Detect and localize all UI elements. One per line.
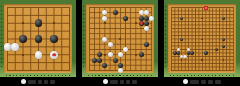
black-stone bbox=[180, 38, 183, 41]
caption-text-block bbox=[110, 80, 118, 84]
board-frame bbox=[164, 0, 240, 77]
black-stone bbox=[113, 58, 118, 63]
boards-row bbox=[0, 0, 240, 86]
black-stone bbox=[215, 48, 218, 51]
black-stone bbox=[123, 16, 128, 21]
white-stone bbox=[50, 51, 58, 59]
hoshi-point bbox=[135, 54, 137, 56]
board-wood bbox=[4, 4, 72, 73]
white-stone bbox=[11, 43, 19, 51]
white-stone bbox=[108, 52, 113, 57]
black-stone bbox=[118, 63, 123, 68]
white-stone-icon bbox=[183, 79, 188, 84]
white-stone bbox=[139, 10, 144, 15]
black-stone bbox=[97, 58, 102, 63]
black-stone bbox=[50, 35, 58, 43]
board-3-thumbnail[interactable] bbox=[164, 0, 240, 86]
black-stone bbox=[177, 51, 180, 54]
hoshi-point bbox=[201, 18, 203, 20]
hoshi-point bbox=[201, 39, 203, 41]
white-stone bbox=[183, 55, 186, 58]
red-square-marker bbox=[204, 6, 208, 10]
black-stone bbox=[139, 52, 144, 57]
hoshi-point bbox=[104, 22, 106, 24]
black-stone bbox=[139, 21, 144, 26]
last-move-marker bbox=[140, 22, 142, 24]
hoshi-point bbox=[135, 22, 137, 24]
black-stone bbox=[222, 45, 225, 48]
board-wood bbox=[168, 4, 236, 73]
white-stone bbox=[102, 16, 107, 21]
white-stone bbox=[123, 47, 128, 52]
white-stone bbox=[108, 42, 113, 47]
hoshi-point bbox=[22, 54, 24, 56]
hoshi-point bbox=[181, 59, 183, 61]
hoshi-point bbox=[53, 22, 55, 24]
black-stone bbox=[144, 21, 149, 26]
black-stone bbox=[222, 38, 225, 41]
white-stone bbox=[144, 10, 149, 15]
black-stone bbox=[222, 17, 225, 20]
hoshi-point bbox=[119, 38, 121, 40]
black-stone bbox=[144, 16, 149, 21]
board-wood bbox=[86, 4, 154, 73]
intersections-grid bbox=[170, 6, 235, 73]
white-stone bbox=[102, 37, 107, 42]
intersections-grid bbox=[4, 4, 74, 75]
board-1-thumbnail[interactable] bbox=[0, 0, 76, 86]
caption-text-block bbox=[44, 80, 48, 84]
board-frame bbox=[82, 0, 158, 77]
black-stone bbox=[139, 16, 144, 21]
white-stone bbox=[35, 51, 43, 59]
white-stone bbox=[118, 52, 123, 57]
caption-text-block bbox=[190, 80, 199, 84]
caption-text-block bbox=[120, 80, 124, 84]
white-stone-icon bbox=[21, 79, 26, 84]
white-stone bbox=[144, 26, 149, 31]
hoshi-point bbox=[223, 59, 225, 61]
intersections-grid bbox=[87, 5, 154, 73]
caption-text-block bbox=[201, 80, 206, 84]
caption-text-block bbox=[50, 80, 55, 84]
hoshi-point bbox=[104, 54, 106, 56]
caption-text-block bbox=[126, 80, 130, 84]
black-stone bbox=[35, 35, 43, 43]
black-stone bbox=[113, 10, 118, 15]
black-stone bbox=[204, 51, 207, 54]
caption-text-block bbox=[38, 80, 42, 84]
board-2-thumbnail[interactable] bbox=[82, 0, 158, 86]
caption-bar bbox=[0, 77, 76, 86]
hoshi-point bbox=[201, 59, 203, 61]
black-stone bbox=[97, 52, 102, 57]
last-move-marker bbox=[52, 53, 56, 57]
caption-text-block bbox=[28, 80, 36, 84]
hoshi-point bbox=[22, 22, 24, 24]
caption-bar bbox=[82, 77, 158, 86]
caption-text-block bbox=[208, 80, 213, 84]
white-stone-icon bbox=[103, 79, 108, 84]
caption-text-block bbox=[215, 80, 221, 84]
white-stone bbox=[102, 10, 107, 15]
black-stone bbox=[190, 51, 193, 54]
black-stone bbox=[144, 42, 149, 47]
caption-bar bbox=[164, 77, 240, 86]
black-stone bbox=[102, 63, 107, 68]
white-stone bbox=[118, 68, 123, 73]
white-stone bbox=[4, 43, 12, 51]
black-stone bbox=[35, 19, 43, 27]
black-stone bbox=[180, 17, 183, 20]
white-stone bbox=[149, 16, 154, 21]
caption-text-block bbox=[132, 80, 137, 84]
board-frame bbox=[0, 0, 76, 77]
black-stone bbox=[19, 35, 27, 43]
